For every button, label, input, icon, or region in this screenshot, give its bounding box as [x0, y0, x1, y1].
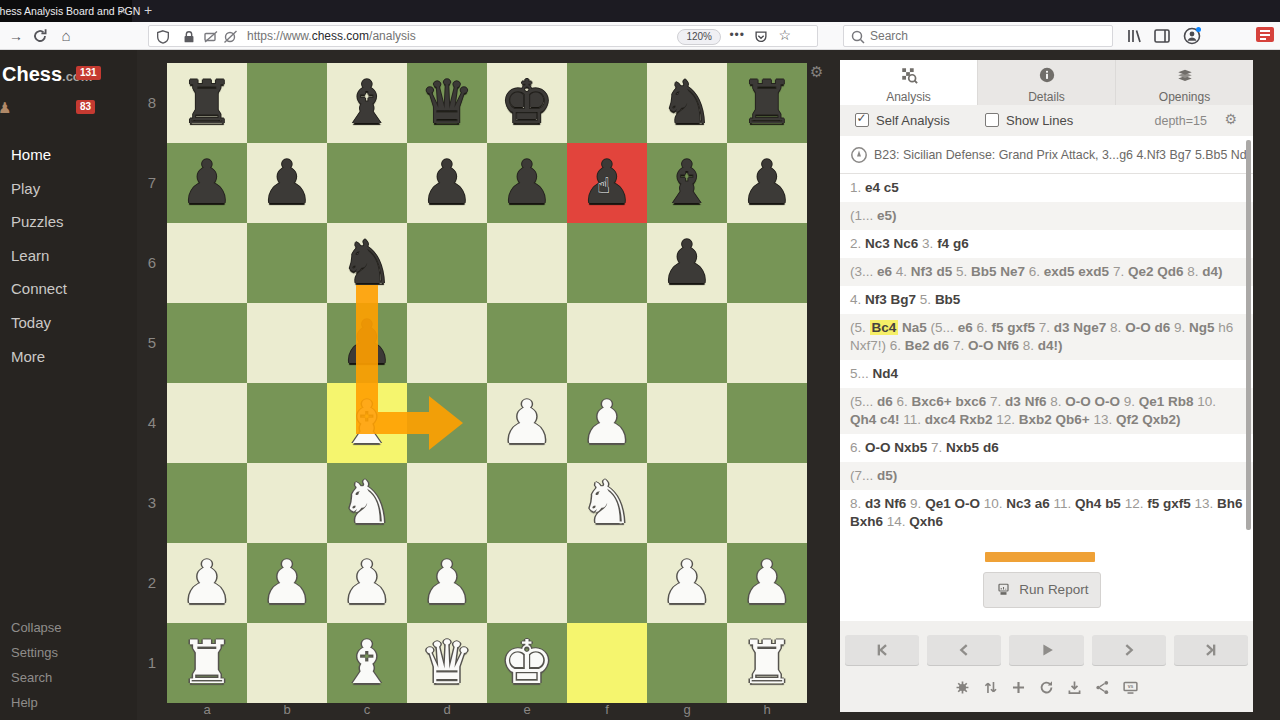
file-label-e: e: [487, 702, 567, 718]
bb-c8[interactable]: ♝: [327, 63, 407, 143]
square-g4[interactable]: [647, 383, 727, 463]
move[interactable]: Nf3: [865, 292, 887, 307]
square-d3[interactable]: [407, 463, 487, 543]
rank-label-1: 1: [137, 623, 167, 703]
tab-close-icon[interactable]: ×: [120, 0, 126, 22]
move-number: (1...: [850, 208, 873, 223]
panel-footer-icons: vs: [840, 679, 1253, 696]
move[interactable]: Bxb2: [1019, 412, 1052, 427]
opening-name-row[interactable]: B23: Sicilian Defense: Grand Prix Attack…: [840, 136, 1253, 174]
home-notification-badge: 83: [76, 100, 95, 114]
variation-row[interactable]: (1... e5): [840, 202, 1253, 230]
move-number: 2.: [850, 236, 861, 251]
wn-f3[interactable]: ♞: [567, 463, 647, 543]
last-move-button[interactable]: [1174, 635, 1248, 665]
square-d6[interactable]: [407, 223, 487, 303]
square-g8[interactable]: ♞: [647, 63, 727, 143]
move-number: 6.: [850, 440, 861, 455]
file-label-f: f: [567, 702, 647, 718]
square-h5[interactable]: [727, 303, 807, 383]
share-icon[interactable]: [1094, 679, 1111, 696]
square-f2[interactable]: [567, 543, 647, 623]
variation-row[interactable]: (5... d6 6. Bxc6+ bxc6 7. d3 Nf6 8. O-O …: [840, 388, 1253, 434]
sidebar-toggle-icon[interactable]: [1152, 26, 1172, 46]
move-number: 5.: [920, 292, 931, 307]
move-number: 11.: [1054, 496, 1072, 511]
sidebar-item-today[interactable]: Today: [0, 306, 137, 340]
permission-camera-icon[interactable]: [223, 29, 239, 45]
square-b1[interactable]: [247, 623, 327, 703]
rank-labels: 87654321: [137, 63, 167, 703]
move-number: 6.: [1029, 264, 1040, 279]
file-label-c: c: [327, 702, 407, 718]
mainline-row[interactable]: 5... Nd4: [840, 360, 1253, 388]
square-f1[interactable]: [567, 623, 647, 703]
wp-b2[interactable]: ♟: [247, 543, 327, 623]
move-number: 8.: [1110, 320, 1121, 335]
square-f7[interactable]: ♟: [567, 143, 647, 223]
bp-d7[interactable]: ♟: [407, 143, 487, 223]
mainline-row[interactable]: 1. e4 c5: [840, 174, 1253, 202]
move[interactable]: c4!: [880, 412, 900, 427]
panel-scrollbar[interactable]: [1246, 140, 1251, 530]
square-c4[interactable]: ♝: [327, 383, 407, 463]
square-e3[interactable]: [487, 463, 567, 543]
browser-tab-bar: Chess Analysis Board and PGN × +: [0, 0, 1280, 22]
square-h6[interactable]: [727, 223, 807, 303]
lock-icon: [181, 29, 197, 45]
file-label-d: d: [407, 702, 487, 718]
square-g1[interactable]: [647, 623, 727, 703]
rank-label-4: 4: [137, 383, 167, 463]
bookmark-star-icon[interactable]: ☆: [778, 27, 791, 43]
square-c3[interactable]: ♞: [327, 463, 407, 543]
move-number: 5...: [850, 366, 869, 381]
move[interactable]: Nxb5: [946, 440, 979, 455]
move-number: 7.: [931, 440, 942, 455]
square-a8[interactable]: ♜: [167, 63, 247, 143]
bp-h7[interactable]: ♟: [727, 143, 807, 223]
move[interactable]: exd5: [1044, 264, 1075, 279]
sidebar-item-more[interactable]: More: [0, 340, 137, 374]
move[interactable]: f4: [937, 236, 949, 251]
reload-button[interactable]: [30, 26, 50, 46]
square-a7[interactable]: ♟: [167, 143, 247, 223]
square-c7[interactable]: [327, 143, 407, 223]
move[interactable]: e6: [877, 264, 892, 279]
square-h2[interactable]: ♟: [727, 543, 807, 623]
move[interactable]: Rxb2: [959, 412, 992, 427]
move[interactable]: Ng5: [1189, 320, 1215, 335]
move-number: 12.: [996, 412, 1015, 427]
square-b6[interactable]: [247, 223, 327, 303]
engine-icon[interactable]: [954, 679, 971, 696]
tab-analysis[interactable]: Analysis: [840, 60, 978, 105]
next-move-button[interactable]: [1092, 635, 1166, 665]
square-g2[interactable]: ♟: [647, 543, 727, 623]
move[interactable]: f5: [1147, 496, 1159, 511]
sidebar-footer-search[interactable]: Search: [0, 665, 137, 690]
move[interactable]: Nf6: [997, 338, 1019, 353]
variation-row[interactable]: (7... d5): [840, 462, 1253, 490]
move[interactable]: Ne7: [1000, 264, 1025, 279]
bk-e8[interactable]: ♚: [487, 63, 567, 143]
wp-h2[interactable]: ♟: [727, 543, 807, 623]
wk-e1[interactable]: ♚: [487, 623, 567, 703]
square-e5[interactable]: [487, 303, 567, 383]
file-label-a: a: [167, 702, 247, 718]
account-icon[interactable]: [1182, 26, 1202, 46]
mainline-row[interactable]: 4. Nf3 Bg7 5. Bb5: [840, 286, 1253, 314]
move[interactable]: c5: [884, 180, 899, 195]
move[interactable]: bxc6: [956, 394, 987, 409]
move-number: (5...: [850, 394, 873, 409]
square-a3[interactable]: [167, 463, 247, 543]
move[interactable]: Nc3: [865, 236, 890, 251]
wp-g2[interactable]: ♟: [647, 543, 727, 623]
self-analysis-checkbox[interactable]: [855, 113, 869, 127]
tab-label: Openings: [1116, 90, 1253, 104]
square-e8[interactable]: ♚: [487, 63, 567, 143]
mainline-row[interactable]: 6. O-O Nxb5 7. Nxb5 d6: [840, 434, 1253, 462]
square-a4[interactable]: [167, 383, 247, 463]
variation-row[interactable]: (3... e6 4. Nf3 d5 5. Bb5 Ne7 6. exd5 ex…: [840, 258, 1253, 286]
square-d4[interactable]: [407, 383, 487, 463]
variation-row[interactable]: (5. Bc4 Na5 (5... e6 6. f5 gxf5 7. d3 Ng…: [840, 314, 1253, 360]
wp-c2[interactable]: ♟: [327, 543, 407, 623]
square-b2[interactable]: ♟: [247, 543, 327, 623]
browser-search-box[interactable]: [843, 25, 1113, 47]
square-d2[interactable]: ♟: [407, 543, 487, 623]
move-number: 8.: [1050, 394, 1061, 409]
move-number: 3.: [922, 236, 933, 251]
move-number: (5...: [931, 320, 954, 335]
sidebar-item-puzzles[interactable]: Puzzles: [0, 205, 137, 239]
run-report-label: Run Report: [1019, 582, 1088, 597]
rank-label-8: 8: [137, 63, 167, 143]
move[interactable]: Bb5: [935, 292, 961, 307]
wr-a1[interactable]: ♜: [167, 623, 247, 703]
move[interactable]: exd5: [1078, 264, 1109, 279]
url-text[interactable]: https://www.chess.com/analysis: [247, 26, 416, 46]
square-a2[interactable]: ♟: [167, 543, 247, 623]
wb-c1[interactable]: ♝: [327, 623, 407, 703]
square-h3[interactable]: [727, 463, 807, 543]
pocket-icon[interactable]: [753, 29, 769, 45]
move[interactable]: gxf5: [1007, 320, 1035, 335]
prev-move-button[interactable]: [927, 635, 1001, 665]
move-number: 14.: [887, 514, 906, 529]
br-h8[interactable]: ♜: [727, 63, 807, 143]
wn-c3[interactable]: ♞: [327, 463, 407, 543]
move[interactable]: Nxb5: [894, 440, 927, 455]
move[interactable]: Na5: [902, 320, 927, 335]
square-d1[interactable]: ♛: [407, 623, 487, 703]
extension-icon[interactable]: [1256, 27, 1274, 42]
square-f8[interactable]: [567, 63, 647, 143]
tab-openings[interactable]: Openings: [1116, 60, 1253, 105]
move[interactable]: d4): [1202, 264, 1222, 279]
square-h4[interactable]: [727, 383, 807, 463]
run-report-button[interactable]: Run Report: [983, 572, 1101, 608]
search-input[interactable]: [870, 27, 1100, 45]
move-number: 13.: [1195, 496, 1214, 511]
move-list: 1. e4 c5 (1... e5) 2. Nc3 Nc6 3. f4 g6 (…: [840, 174, 1253, 536]
square-f5[interactable]: [567, 303, 647, 383]
square-b8[interactable]: [247, 63, 327, 143]
move[interactable]: f5: [991, 320, 1003, 335]
show-lines-label: Show Lines: [1006, 113, 1073, 128]
move[interactable]: Bg7: [891, 292, 917, 307]
add-icon[interactable]: [1010, 679, 1027, 696]
move[interactable]: g6: [953, 236, 969, 251]
wp-e4[interactable]: ♟: [487, 383, 567, 463]
move[interactable]: Qxh6: [909, 514, 943, 529]
move-number: (3...: [850, 264, 873, 279]
br-a8[interactable]: ♜: [167, 63, 247, 143]
tab-label: Analysis: [840, 90, 977, 104]
move-navigation-buttons: [845, 635, 1248, 665]
move[interactable]: Bxc6+: [912, 394, 952, 409]
square-c2[interactable]: ♟: [327, 543, 407, 623]
move[interactable]: O-O: [954, 496, 980, 511]
move[interactable]: Nc3: [1006, 496, 1031, 511]
panel-tabs: AnalysisDetailsOpenings: [840, 60, 1253, 105]
new-tab-button[interactable]: +: [136, 0, 160, 22]
sidebar-item-connect[interactable]: Connect: [0, 272, 137, 306]
zoom-level-indicator[interactable]: 120%: [677, 29, 721, 45]
home-pawn-icon: ♟: [0, 99, 11, 117]
sidebar-footer-collapse[interactable]: Collapse: [0, 615, 137, 640]
square-g6[interactable]: ♟: [647, 223, 727, 303]
square-g7[interactable]: ♝: [647, 143, 727, 223]
square-h1[interactable]: ♜: [727, 623, 807, 703]
move-number: 5.: [956, 264, 967, 279]
sidebar-item-play[interactable]: Play: [0, 172, 137, 206]
rank-label-7: 7: [137, 143, 167, 223]
move-number: 6.: [890, 338, 901, 353]
move-number: 9.: [910, 496, 921, 511]
move[interactable]: Qh4: [850, 412, 876, 427]
search-icon: [850, 29, 866, 45]
sidebar-item-learn[interactable]: Learn: [0, 239, 137, 273]
square-g5[interactable]: [647, 303, 727, 383]
mainline-row[interactable]: 2. Nc3 Nc6 3. f4 g6: [840, 230, 1253, 258]
tab-details[interactable]: Details: [978, 60, 1116, 105]
square-a6[interactable]: [167, 223, 247, 303]
app-sidebar: Chess.com 131 ♟ HomePlayPuzzlesLearnConn…: [0, 50, 137, 720]
move[interactable]: Qe1: [1139, 394, 1165, 409]
move[interactable]: d6: [983, 440, 999, 455]
bp-e7[interactable]: ♟: [487, 143, 567, 223]
wr-h1[interactable]: ♜: [727, 623, 807, 703]
square-e6[interactable]: [487, 223, 567, 303]
wp-a2[interactable]: ♟: [167, 543, 247, 623]
square-a1[interactable]: ♜: [167, 623, 247, 703]
move[interactable]: Nf3: [911, 264, 933, 279]
square-c6[interactable]: ♞: [327, 223, 407, 303]
move-number: 10.: [984, 496, 1003, 511]
move[interactable]: Nf6: [885, 496, 907, 511]
move[interactable]: d3: [1054, 320, 1070, 335]
move-number: 8.: [1187, 264, 1198, 279]
board-settings-gear-icon[interactable]: ⚙: [810, 63, 828, 81]
bp-f7[interactable]: ♟: [567, 143, 647, 223]
move[interactable]: d6: [933, 338, 949, 353]
move[interactable]: O-O: [1065, 394, 1091, 409]
square-d8[interactable]: ♛: [407, 63, 487, 143]
square-e4[interactable]: ♟: [487, 383, 567, 463]
move-number: 7.: [953, 338, 964, 353]
square-c1[interactable]: ♝: [327, 623, 407, 703]
square-f4[interactable]: ♟: [567, 383, 647, 463]
library-icon[interactable]: [1124, 26, 1144, 46]
move[interactable]: Qe2: [1128, 264, 1154, 279]
sidebar-item-home[interactable]: Home: [0, 138, 137, 172]
move[interactable]: Rb8: [1168, 394, 1194, 409]
openings-icon: [1176, 66, 1194, 84]
first-move-button[interactable]: [845, 635, 919, 665]
square-b4[interactable]: [247, 383, 327, 463]
report-icon: [996, 582, 1011, 597]
move[interactable]: dxc4: [925, 412, 956, 427]
bp-b7[interactable]: ♟: [247, 143, 327, 223]
sidebar-footer-settings[interactable]: Settings: [0, 640, 137, 665]
analysis-panel: AnalysisDetailsOpenings Self Analysis Sh…: [840, 60, 1253, 712]
move-number: 8.: [1023, 338, 1034, 353]
move-number: 4.: [896, 264, 907, 279]
move[interactable]: b5: [1105, 496, 1121, 511]
reset-icon[interactable]: [1038, 679, 1055, 696]
move[interactable]: e6: [958, 320, 973, 335]
page-actions-icon[interactable]: •••: [729, 28, 745, 42]
flip-board-icon[interactable]: [982, 679, 999, 696]
square-e7[interactable]: ♟: [487, 143, 567, 223]
move[interactable]: e5): [877, 208, 897, 223]
move[interactable]: Qf2: [1116, 412, 1139, 427]
browser-tab[interactable]: Chess Analysis Board and PGN ×: [0, 0, 132, 22]
mainline-row[interactable]: 8. d3 Nf6 9. Qe1 O-O 10. Nc3 a6 11. Qh4 …: [840, 490, 1253, 536]
move[interactable]: Nf6: [1025, 394, 1047, 409]
bp-a7[interactable]: ♟: [167, 143, 247, 223]
square-b3[interactable]: [247, 463, 327, 543]
url-bar[interactable]: https://www.chess.com/analysis 120% ••• …: [148, 25, 818, 47]
square-g3[interactable]: [647, 463, 727, 543]
move[interactable]: Qd6: [1157, 264, 1183, 279]
permission-autoplay-icon[interactable]: [203, 29, 219, 45]
move-number: 9.: [1174, 320, 1185, 335]
sidebar-footer-help[interactable]: Help: [0, 690, 137, 715]
wp-f4[interactable]: ♟: [567, 383, 647, 463]
square-h8[interactable]: ♜: [727, 63, 807, 143]
tab-label: Details: [978, 90, 1115, 104]
square-d5[interactable]: [407, 303, 487, 383]
svg-text:vs: vs: [1128, 683, 1134, 689]
move[interactable]: d3: [865, 496, 881, 511]
square-c8[interactable]: ♝: [327, 63, 407, 143]
bn-g8[interactable]: ♞: [647, 63, 727, 143]
wq-d1[interactable]: ♛: [407, 623, 487, 703]
move[interactable]: d3: [1005, 394, 1021, 409]
rank-label-6: 6: [137, 223, 167, 303]
move[interactable]: Qe1: [925, 496, 951, 511]
move-number: 6.: [976, 320, 987, 335]
bb-g7[interactable]: ♝: [647, 143, 727, 223]
move[interactable]: O-O: [865, 440, 891, 455]
move-number: 8.: [850, 496, 861, 511]
bn-c6[interactable]: ♞: [327, 223, 407, 303]
download-icon[interactable]: [1066, 679, 1083, 696]
move[interactable]: Nge7: [1073, 320, 1106, 335]
analysis-settings-gear-icon[interactable]: ⚙: [1224, 111, 1237, 127]
square-e1[interactable]: ♚: [487, 623, 567, 703]
square-h7[interactable]: ♟: [727, 143, 807, 223]
square-e2[interactable]: [487, 543, 567, 623]
move[interactable]: O-O: [1094, 394, 1120, 409]
forward-button[interactable]: →: [6, 26, 26, 46]
computer-vs-icon[interactable]: vs: [1122, 679, 1139, 696]
highlighted-move[interactable]: Bc4: [870, 320, 899, 335]
move[interactable]: d5): [877, 468, 897, 483]
bp-g6[interactable]: ♟: [647, 223, 727, 303]
show-lines-checkbox[interactable]: [985, 113, 999, 127]
square-b5[interactable]: [247, 303, 327, 383]
move[interactable]: d6: [877, 394, 893, 409]
panel-controls: Self Analysis Show Lines depth=15 ⚙: [840, 105, 1253, 136]
tracking-shield-icon[interactable]: [155, 29, 171, 45]
bp-c5[interactable]: ♟: [327, 303, 407, 383]
square-b7[interactable]: ♟: [247, 143, 327, 223]
move-number: 13.: [1093, 412, 1112, 427]
move[interactable]: Qh4: [1075, 496, 1101, 511]
move[interactable]: d5: [936, 264, 952, 279]
move[interactable]: Bb5: [971, 264, 997, 279]
move[interactable]: Bxh6: [850, 514, 883, 529]
opening-name: B23: Sicilian Defense: Grand Prix Attack…: [874, 148, 1246, 162]
move[interactable]: Qxb2): [1142, 412, 1180, 427]
square-c5[interactable]: ♟: [327, 303, 407, 383]
square-f6[interactable]: [567, 223, 647, 303]
move[interactable]: d4!): [1038, 338, 1063, 353]
square-d7[interactable]: ♟: [407, 143, 487, 223]
depth-indicator: depth=15: [1155, 114, 1207, 128]
move[interactable]: O-O: [968, 338, 994, 353]
square-a5[interactable]: [167, 303, 247, 383]
move-navigation-strip: vs: [840, 621, 1253, 712]
move[interactable]: e4: [865, 180, 880, 195]
move[interactable]: d6: [1154, 320, 1170, 335]
move[interactable]: gxf5: [1163, 496, 1191, 511]
move[interactable]: a6: [1035, 496, 1050, 511]
move-number: (7...: [850, 468, 873, 483]
move[interactable]: Be2: [905, 338, 930, 353]
wb-c4[interactable]: ♝: [327, 383, 407, 463]
sidebar-menu: HomePlayPuzzlesLearnConnectTodayMore: [0, 138, 137, 373]
browser-toolbar: → ⌂ https://www.chess.com/analysis 120% …: [0, 22, 1280, 50]
move[interactable]: Qb6+: [1056, 412, 1090, 427]
move[interactable]: Bh6: [1217, 496, 1243, 511]
play-move-button[interactable]: [1009, 635, 1083, 665]
rank-label-2: 2: [137, 543, 167, 623]
move[interactable]: Nd4: [873, 366, 899, 381]
bq-d8[interactable]: ♛: [407, 63, 487, 143]
square-f3[interactable]: ♞: [567, 463, 647, 543]
move[interactable]: Nc6: [894, 236, 919, 251]
home-button[interactable]: ⌂: [56, 26, 76, 46]
sidebar-footer-menu: CollapseSettingsSearchHelp: [0, 615, 137, 715]
wp-d2[interactable]: ♟: [407, 543, 487, 623]
move[interactable]: O-O: [1125, 320, 1151, 335]
